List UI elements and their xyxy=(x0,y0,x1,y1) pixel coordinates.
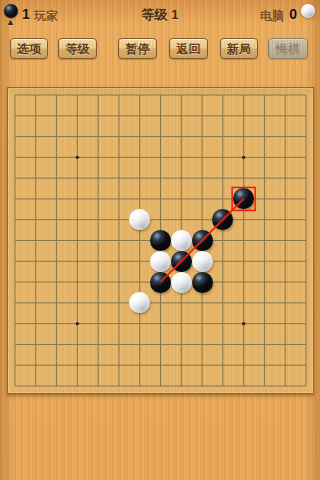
level-button[interactable]: 等级 xyxy=(58,38,97,59)
board[interactable]: ●●●●●●●●●●●●● xyxy=(7,87,314,394)
computer-score: 0 xyxy=(289,6,297,22)
win-line-overlay xyxy=(7,87,314,394)
new-game-button[interactable]: 新局 xyxy=(220,38,258,59)
undo-button[interactable]: 悔棋 xyxy=(268,38,308,59)
computer-white-stone-icon: ● xyxy=(301,4,315,18)
options-button[interactable]: 选项 xyxy=(10,38,48,59)
computer-label: 电脑 xyxy=(260,8,284,25)
pause-button[interactable]: 暂停 xyxy=(118,38,157,59)
top-bar: ● 1 玩家 ▲ 等级 1 电脑 0 ● xyxy=(0,0,320,32)
back-button[interactable]: 返回 xyxy=(169,38,208,59)
